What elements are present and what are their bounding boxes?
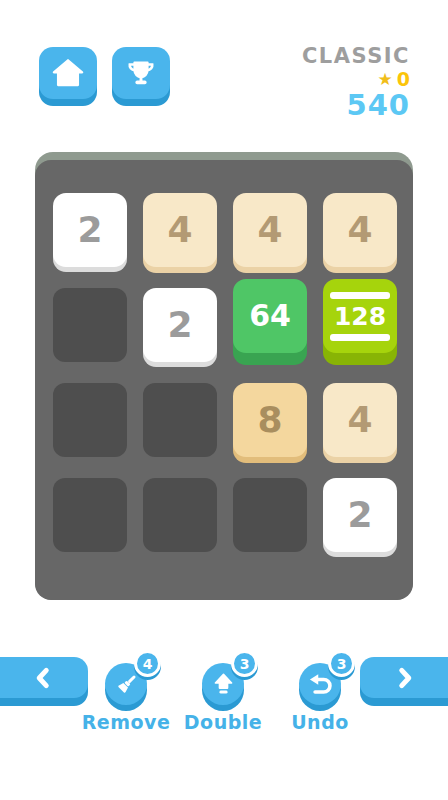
board-cell <box>233 478 307 552</box>
tile-stripe <box>330 292 391 299</box>
trophy-button[interactable] <box>112 47 170 99</box>
game-board[interactable]: 2444264128842 <box>35 152 413 600</box>
board-cell <box>53 288 127 362</box>
tile-4[interactable]: 4 <box>323 383 397 457</box>
tile-value: 128 <box>334 304 386 329</box>
board-cell <box>143 478 217 552</box>
tile-value: 4 <box>347 212 372 248</box>
double-count-badge: 3 <box>231 650 258 677</box>
tile-128[interactable]: 128 <box>323 279 397 353</box>
tile-4[interactable]: 4 <box>323 193 397 267</box>
star-row: ★ 0 <box>302 70 410 89</box>
undo-arrow-icon <box>307 671 334 698</box>
empty-cell <box>53 383 127 457</box>
board-cell: 4 <box>233 193 307 267</box>
tile-8[interactable]: 8 <box>233 383 307 457</box>
undo-label: Undo <box>260 711 380 733</box>
tile-value: 64 <box>249 301 291 331</box>
tile-value: 4 <box>257 212 282 248</box>
board-cell <box>53 478 127 552</box>
score-value: 540 <box>302 91 410 120</box>
home-icon <box>51 56 85 90</box>
board-cell: 4 <box>323 193 397 267</box>
remove-powerup-button[interactable]: 4 <box>105 663 147 705</box>
board-cell: 4 <box>143 193 217 267</box>
chevron-left-icon <box>30 665 56 691</box>
empty-cell <box>143 383 217 457</box>
empty-cell <box>233 478 307 552</box>
home-button[interactable] <box>39 47 97 99</box>
tile-value: 8 <box>257 402 282 438</box>
board-cell <box>143 383 217 457</box>
tile-value: 2 <box>77 212 102 248</box>
brush-icon <box>113 671 140 698</box>
board-grid: 2444264128842 <box>53 193 397 552</box>
board-cell: 64 <box>233 288 307 362</box>
board-surface: 2444264128842 <box>35 160 413 600</box>
tile-stripe <box>330 334 391 341</box>
tile-value: 2 <box>347 497 372 533</box>
star-icon: ★ <box>378 71 393 88</box>
board-cell: 2 <box>143 288 217 362</box>
tile-4[interactable]: 4 <box>143 193 217 267</box>
board-cell <box>53 383 127 457</box>
empty-cell <box>53 288 127 362</box>
tile-value: 4 <box>167 212 192 248</box>
tile-2[interactable]: 2 <box>53 193 127 267</box>
tile-2[interactable]: 2 <box>323 478 397 552</box>
swipe-right-button[interactable] <box>360 657 448 698</box>
chevron-right-icon <box>392 665 418 691</box>
double-powerup-button[interactable]: 3 <box>202 663 244 705</box>
board-cell: 2 <box>53 193 127 267</box>
tile-64[interactable]: 64 <box>233 279 307 353</box>
undo-count-badge: 3 <box>328 650 355 677</box>
undo-powerup-button[interactable]: 3 <box>299 663 341 705</box>
board-cell: 128 <box>323 288 397 362</box>
tile-4[interactable]: 4 <box>233 193 307 267</box>
star-count: 0 <box>397 70 410 89</box>
board-cell: 4 <box>323 383 397 457</box>
trophy-icon <box>125 57 157 89</box>
tile-2[interactable]: 2 <box>143 288 217 362</box>
swipe-left-button[interactable] <box>0 657 88 698</box>
game-mode-label: CLASSIC <box>302 44 410 68</box>
empty-cell <box>143 478 217 552</box>
tile-value: 2 <box>167 307 192 343</box>
remove-count-badge: 4 <box>134 650 161 677</box>
board-cell: 8 <box>233 383 307 457</box>
board-cell: 2 <box>323 478 397 552</box>
score-block: CLASSIC ★ 0 540 <box>302 44 410 120</box>
arrow-up-double-icon <box>210 671 237 698</box>
tile-value: 4 <box>347 402 372 438</box>
empty-cell <box>53 478 127 552</box>
